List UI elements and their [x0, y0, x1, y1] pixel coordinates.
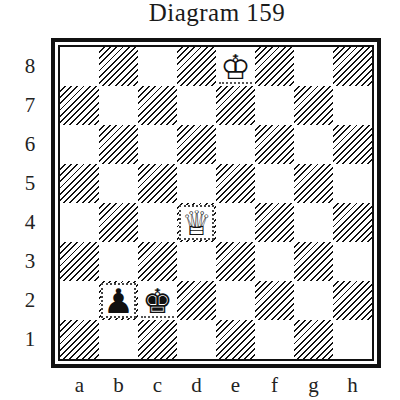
square-d6[interactable] [177, 125, 216, 164]
square-b1[interactable] [99, 320, 138, 359]
rank-label-8: 8 [19, 47, 41, 86]
square-c8[interactable] [138, 47, 177, 86]
square-e8[interactable]: ♔ [216, 47, 255, 86]
square-f5[interactable] [255, 164, 294, 203]
file-label-h: h [333, 372, 372, 398]
square-h5[interactable] [333, 164, 372, 203]
square-a3[interactable] [60, 242, 99, 281]
square-g5[interactable] [294, 164, 333, 203]
square-d7[interactable] [177, 86, 216, 125]
square-d4[interactable]: ♕ [177, 203, 216, 242]
square-g4[interactable] [294, 203, 333, 242]
square-e2[interactable] [216, 281, 255, 320]
square-b8[interactable] [99, 47, 138, 86]
square-f7[interactable] [255, 86, 294, 125]
square-a1[interactable] [60, 320, 99, 359]
rank-label-5: 5 [19, 164, 41, 203]
square-e7[interactable] [216, 86, 255, 125]
diagram-title: Diagram 159 [51, 0, 383, 27]
file-label-f: f [255, 372, 294, 398]
file-label-c: c [138, 372, 177, 398]
square-a2[interactable] [60, 281, 99, 320]
square-g2[interactable] [294, 281, 333, 320]
rank-label-4: 4 [19, 203, 41, 242]
square-f1[interactable] [255, 320, 294, 359]
square-h7[interactable] [333, 86, 372, 125]
square-f4[interactable] [255, 203, 294, 242]
square-c7[interactable] [138, 86, 177, 125]
file-labels: abcdefgh [60, 372, 372, 398]
rank-label-3: 3 [19, 242, 41, 281]
rank-label-6: 6 [19, 125, 41, 164]
square-g3[interactable] [294, 242, 333, 281]
square-h1[interactable] [333, 320, 372, 359]
square-h4[interactable] [333, 203, 372, 242]
square-e1[interactable] [216, 320, 255, 359]
square-c1[interactable] [138, 320, 177, 359]
chess-board-frame: ♔♕♟♚ [51, 38, 381, 368]
square-d5[interactable] [177, 164, 216, 203]
square-g8[interactable] [294, 47, 333, 86]
square-b7[interactable] [99, 86, 138, 125]
square-d3[interactable] [177, 242, 216, 281]
file-label-a: a [60, 372, 99, 398]
square-c5[interactable] [138, 164, 177, 203]
square-h6[interactable] [333, 125, 372, 164]
square-h8[interactable] [333, 47, 372, 86]
square-b2[interactable]: ♟ [99, 281, 138, 320]
rank-label-7: 7 [19, 86, 41, 125]
square-b3[interactable] [99, 242, 138, 281]
square-b6[interactable] [99, 125, 138, 164]
square-e5[interactable] [216, 164, 255, 203]
square-a4[interactable] [60, 203, 99, 242]
chess-board: ♔♕♟♚ [58, 45, 374, 361]
square-f8[interactable] [255, 47, 294, 86]
square-a5[interactable] [60, 164, 99, 203]
square-c3[interactable] [138, 242, 177, 281]
square-d2[interactable] [177, 281, 216, 320]
square-e6[interactable] [216, 125, 255, 164]
square-a6[interactable] [60, 125, 99, 164]
rank-label-2: 2 [19, 281, 41, 320]
square-b5[interactable] [99, 164, 138, 203]
black-king-piece: ♚ [138, 281, 177, 320]
square-c6[interactable] [138, 125, 177, 164]
square-e3[interactable] [216, 242, 255, 281]
square-f2[interactable] [255, 281, 294, 320]
square-c2[interactable]: ♚ [138, 281, 177, 320]
square-c4[interactable] [138, 203, 177, 242]
rank-label-1: 1 [19, 320, 41, 359]
square-a8[interactable] [60, 47, 99, 86]
square-d8[interactable] [177, 47, 216, 86]
board-grid: ♔♕♟♚ [60, 47, 372, 359]
white-queen-piece: ♕ [177, 203, 216, 242]
square-h3[interactable] [333, 242, 372, 281]
square-g7[interactable] [294, 86, 333, 125]
square-d1[interactable] [177, 320, 216, 359]
file-label-e: e [216, 372, 255, 398]
square-h2[interactable] [333, 281, 372, 320]
square-g1[interactable] [294, 320, 333, 359]
black-pawn-piece: ♟ [99, 281, 138, 320]
square-f6[interactable] [255, 125, 294, 164]
file-label-b: b [99, 372, 138, 398]
square-a7[interactable] [60, 86, 99, 125]
square-f3[interactable] [255, 242, 294, 281]
rank-labels: 87654321 [19, 47, 41, 359]
file-label-d: d [177, 372, 216, 398]
square-b4[interactable] [99, 203, 138, 242]
square-g6[interactable] [294, 125, 333, 164]
square-e4[interactable] [216, 203, 255, 242]
white-king-piece: ♔ [216, 47, 255, 86]
file-label-g: g [294, 372, 333, 398]
